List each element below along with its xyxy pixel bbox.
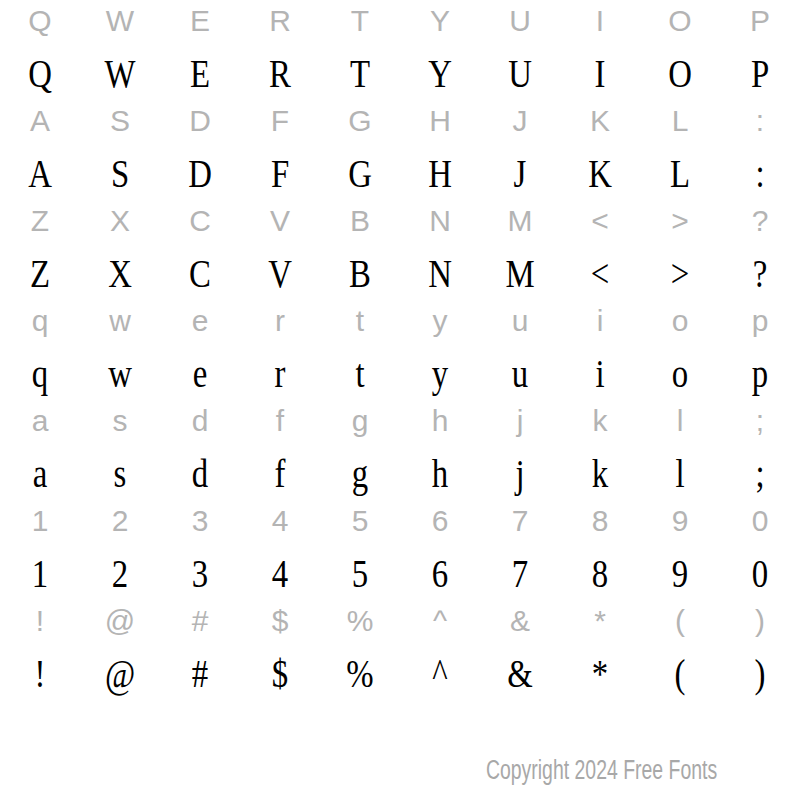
row-pair-6: 12345678901234567890 <box>0 500 800 600</box>
glyph-cell: J <box>480 106 560 150</box>
glyph-cell: l <box>640 406 720 450</box>
glyph-cell: 4 <box>247 554 313 600</box>
glyph-cell: & <box>487 654 553 700</box>
glyph-cell: h <box>400 406 480 450</box>
glyph-cell: u <box>480 306 560 350</box>
glyph-cell: u <box>487 354 553 400</box>
glyph-cell: a <box>0 406 80 450</box>
glyph-cell: X <box>87 254 153 300</box>
reference-row: 1234567890 <box>0 500 800 550</box>
glyph-cell: K <box>567 154 633 200</box>
glyph-cell: Q <box>7 54 73 100</box>
glyph-cell: f <box>240 406 320 450</box>
glyph-cell: V <box>240 206 320 250</box>
glyph-cell: G <box>320 106 400 150</box>
row-pair-4: qwertyuiopqwertyuiop <box>0 300 800 400</box>
glyph-cell: 6 <box>407 554 473 600</box>
glyph-cell: D <box>167 154 233 200</box>
glyph-cell: J <box>487 154 553 200</box>
glyph-cell: t <box>320 306 400 350</box>
reference-row: QWERTYUIOP <box>0 0 800 50</box>
glyph-cell: W <box>87 54 153 100</box>
glyph-cell: F <box>247 154 313 200</box>
glyph-cell: G <box>327 154 393 200</box>
glyph-cell: 8 <box>560 506 640 550</box>
glyph-cell: N <box>407 254 473 300</box>
specimen-row: QWERTYUIOP <box>0 50 800 100</box>
glyph-cell: 7 <box>480 506 560 550</box>
glyph-cell: 1 <box>7 554 73 600</box>
glyph-cell: ? <box>727 254 793 300</box>
glyph-cell: U <box>487 54 553 100</box>
glyph-cell: 0 <box>727 554 793 600</box>
row-pair-1: QWERTYUIOPQWERTYUIOP <box>0 0 800 100</box>
character-map-board: QWERTYUIOPQWERTYUIOPASDFGHJKL:ASDFGHJKL:… <box>0 0 800 700</box>
glyph-cell: X <box>80 206 160 250</box>
glyph-cell: K <box>560 106 640 150</box>
glyph-cell: ) <box>720 606 800 650</box>
glyph-cell: d <box>160 406 240 450</box>
glyph-cell: g <box>327 454 393 500</box>
glyph-cell: C <box>160 206 240 250</box>
glyph-cell: > <box>647 254 713 300</box>
glyph-cell: 8 <box>567 554 633 600</box>
row-pair-2: ASDFGHJKL:ASDFGHJKL: <box>0 100 800 200</box>
reference-row: ASDFGHJKL: <box>0 100 800 150</box>
glyph-cell: l <box>647 454 713 500</box>
glyph-cell: f <box>247 454 313 500</box>
glyph-cell: Y <box>400 6 480 50</box>
glyph-cell: ( <box>647 654 713 700</box>
glyph-cell: t <box>327 354 393 400</box>
glyph-cell: g <box>320 406 400 450</box>
glyph-cell: P <box>720 6 800 50</box>
glyph-cell: < <box>560 206 640 250</box>
glyph-cell: ) <box>727 654 793 700</box>
copyright-watermark: Copyright 2024 Free Fonts <box>486 757 717 784</box>
glyph-cell: A <box>0 106 80 150</box>
glyph-cell: i <box>560 306 640 350</box>
glyph-cell: S <box>80 106 160 150</box>
glyph-cell: R <box>240 6 320 50</box>
glyph-cell: A <box>7 154 73 200</box>
glyph-cell: q <box>0 306 80 350</box>
glyph-cell: H <box>407 154 473 200</box>
glyph-cell: T <box>327 54 393 100</box>
glyph-cell: 3 <box>160 506 240 550</box>
glyph-cell: V <box>247 254 313 300</box>
glyph-cell: y <box>400 306 480 350</box>
row-pair-5: asdfghjkl;asdfghjkl; <box>0 400 800 500</box>
glyph-cell: j <box>487 454 553 500</box>
glyph-cell: L <box>647 154 713 200</box>
glyph-cell: q <box>7 354 73 400</box>
glyph-cell: B <box>320 206 400 250</box>
glyph-cell: U <box>480 6 560 50</box>
specimen-row: ASDFGHJKL: <box>0 150 800 200</box>
glyph-cell: e <box>160 306 240 350</box>
glyph-cell: 2 <box>80 506 160 550</box>
row-pair-7: !@#$%^&*()!@#$%^&*() <box>0 600 800 700</box>
glyph-cell: S <box>87 154 153 200</box>
glyph-cell: k <box>560 406 640 450</box>
glyph-cell: ; <box>720 406 800 450</box>
glyph-cell: O <box>640 6 720 50</box>
row-pair-3: ZXCVBNM<>?ZXCVBNM<>? <box>0 200 800 300</box>
glyph-cell: Y <box>407 54 473 100</box>
glyph-cell: s <box>80 406 160 450</box>
reference-row: ZXCVBNM<>? <box>0 200 800 250</box>
glyph-cell: W <box>80 6 160 50</box>
glyph-cell: P <box>727 54 793 100</box>
glyph-cell: < <box>567 254 633 300</box>
glyph-cell: : <box>727 154 793 200</box>
reference-row: asdfghjkl; <box>0 400 800 450</box>
glyph-cell: Z <box>0 206 80 250</box>
glyph-cell: & <box>480 606 560 650</box>
glyph-cell: 5 <box>320 506 400 550</box>
glyph-cell: a <box>7 454 73 500</box>
specimen-row: ZXCVBNM<>? <box>0 250 800 300</box>
glyph-cell: r <box>240 306 320 350</box>
reference-row: !@#$%^&*() <box>0 600 800 650</box>
glyph-cell: T <box>320 6 400 50</box>
glyph-cell: > <box>640 206 720 250</box>
glyph-cell: ^ <box>400 606 480 650</box>
glyph-cell: 1 <box>0 506 80 550</box>
glyph-cell: # <box>160 606 240 650</box>
glyph-cell: e <box>167 354 233 400</box>
glyph-cell: w <box>87 354 153 400</box>
glyph-cell: p <box>727 354 793 400</box>
glyph-cell: 6 <box>400 506 480 550</box>
glyph-cell: H <box>400 106 480 150</box>
glyph-cell: C <box>167 254 233 300</box>
glyph-cell: I <box>567 54 633 100</box>
glyph-cell: h <box>407 454 473 500</box>
glyph-cell: ; <box>727 454 793 500</box>
glyph-cell: r <box>247 354 313 400</box>
glyph-cell: o <box>640 306 720 350</box>
glyph-cell: $ <box>247 654 313 700</box>
glyph-cell: $ <box>240 606 320 650</box>
glyph-cell: ! <box>0 606 80 650</box>
glyph-cell: p <box>720 306 800 350</box>
glyph-cell: D <box>160 106 240 150</box>
glyph-cell: ? <box>720 206 800 250</box>
glyph-cell: ! <box>7 654 73 700</box>
glyph-cell: Z <box>7 254 73 300</box>
glyph-cell: O <box>647 54 713 100</box>
glyph-cell: B <box>327 254 393 300</box>
reference-row: qwertyuiop <box>0 300 800 350</box>
glyph-cell: * <box>567 654 633 700</box>
glyph-cell: 9 <box>640 506 720 550</box>
glyph-cell: R <box>247 54 313 100</box>
glyph-cell: E <box>160 6 240 50</box>
glyph-cell: j <box>480 406 560 450</box>
glyph-cell: M <box>487 254 553 300</box>
glyph-cell: d <box>167 454 233 500</box>
specimen-row: !@#$%^&*() <box>0 650 800 700</box>
glyph-cell: @ <box>87 654 153 700</box>
glyph-cell: 0 <box>720 506 800 550</box>
glyph-cell: w <box>80 306 160 350</box>
glyph-cell: ^ <box>407 654 473 700</box>
glyph-cell: y <box>407 354 473 400</box>
glyph-cell: 3 <box>167 554 233 600</box>
glyph-cell: 5 <box>327 554 393 600</box>
glyph-cell: s <box>87 454 153 500</box>
glyph-cell: o <box>647 354 713 400</box>
glyph-cell: N <box>400 206 480 250</box>
glyph-cell: * <box>560 606 640 650</box>
glyph-cell: L <box>640 106 720 150</box>
glyph-cell: 4 <box>240 506 320 550</box>
glyph-cell: % <box>320 606 400 650</box>
glyph-cell: # <box>167 654 233 700</box>
glyph-cell: 7 <box>487 554 553 600</box>
glyph-cell: k <box>567 454 633 500</box>
glyph-cell: ( <box>640 606 720 650</box>
glyph-cell: I <box>560 6 640 50</box>
glyph-cell: % <box>327 654 393 700</box>
glyph-cell: 2 <box>87 554 153 600</box>
glyph-cell: i <box>567 354 633 400</box>
glyph-cell: : <box>720 106 800 150</box>
glyph-cell: 9 <box>647 554 713 600</box>
specimen-row: 1234567890 <box>0 550 800 600</box>
specimen-row: qwertyuiop <box>0 350 800 400</box>
glyph-cell: @ <box>80 606 160 650</box>
specimen-row: asdfghjkl; <box>0 450 800 500</box>
glyph-cell: E <box>167 54 233 100</box>
glyph-cell: Q <box>0 6 80 50</box>
glyph-cell: M <box>480 206 560 250</box>
glyph-cell: F <box>240 106 320 150</box>
